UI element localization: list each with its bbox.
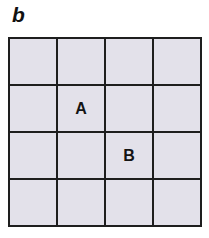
grid-cell-r1c1 [10, 39, 56, 84]
grid-cell-r2c4 [154, 86, 200, 131]
grid-cell-r4c1 [10, 180, 56, 225]
grid-cell-r1c3 [106, 39, 152, 84]
grid-cell-r4c3 [106, 180, 152, 225]
cell-label-A: A [75, 100, 87, 118]
grid-cell-r3c3: B [106, 133, 152, 178]
grid-board: AB [8, 37, 202, 227]
grid-cell-r3c1 [10, 133, 56, 178]
grid-cell-r2c1 [10, 86, 56, 131]
grid-cell-r3c4 [154, 133, 200, 178]
cell-label-B: B [123, 147, 135, 165]
grid-cell-r1c2 [58, 39, 104, 84]
grid-cell-r1c4 [154, 39, 200, 84]
grid-cell-r2c2: A [58, 86, 104, 131]
figure-panel: b AB [0, 0, 209, 238]
grid-cell-r4c2 [58, 180, 104, 225]
figure-label: b [12, 2, 25, 28]
grid-cell-r4c4 [154, 180, 200, 225]
grid-cell-r3c2 [58, 133, 104, 178]
grid-cell-r2c3 [106, 86, 152, 131]
